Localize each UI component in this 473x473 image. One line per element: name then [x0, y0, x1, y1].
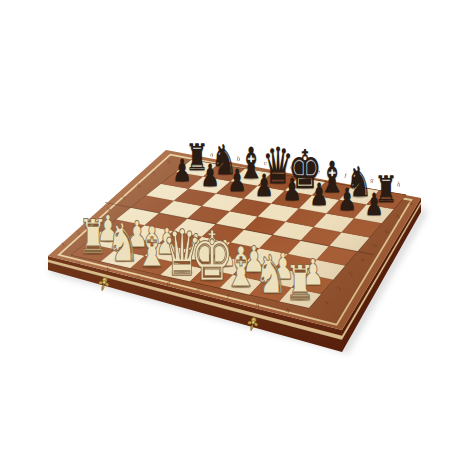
file-label-far-c: c: [263, 160, 267, 166]
file-label-far-g: g: [370, 177, 375, 185]
file-label-far-f: f: [344, 172, 348, 178]
chess-set-photo: aabbccddeeffgghh1122334455667788 ♜♞♝♛♚♝♞…: [0, 0, 473, 473]
board-svg: aabbccddeeffgghh1122334455667788: [0, 0, 473, 473]
file-label-far-a: a: [210, 151, 215, 158]
file-label-far-d: d: [290, 164, 295, 171]
file-label-far-b: b: [236, 155, 241, 162]
file-label-far-h: h: [397, 181, 402, 188]
file-label-far-e: e: [317, 168, 321, 175]
